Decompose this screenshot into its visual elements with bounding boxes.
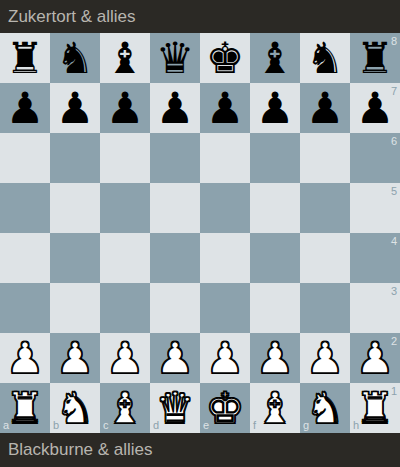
square-h8[interactable]: ♜8 [350,33,400,83]
black-rook[interactable]: ♜ [0,33,50,83]
black-queen[interactable]: ♛ [150,33,200,83]
square-g7[interactable]: ♟ [300,83,350,133]
white-pawn[interactable]: ♟ [150,333,200,383]
rank-label-6: 6 [391,136,397,147]
white-pawn[interactable]: ♟ [50,333,100,383]
square-c2[interactable]: ♟ [100,333,150,383]
square-b6[interactable] [50,133,100,183]
square-c1[interactable]: ♝c [100,383,150,433]
black-pawn[interactable]: ♟ [250,83,300,133]
square-f3[interactable] [250,283,300,333]
black-pawn[interactable]: ♟ [200,83,250,133]
square-d4[interactable] [150,233,200,283]
square-f2[interactable]: ♟ [250,333,300,383]
bottom-player-name: Blackburne & allies [8,440,153,460]
square-d2[interactable]: ♟ [150,333,200,383]
black-pawn[interactable]: ♟ [100,83,150,133]
square-c3[interactable] [100,283,150,333]
square-e7[interactable]: ♟ [200,83,250,133]
black-bishop[interactable]: ♝ [100,33,150,83]
chess-board: ♜♞♝♛♚♝♞♜8♟♟♟♟♟♟♟♟76543♟♟♟♟♟♟♟♟2♜a♞b♝c♛d♚… [0,33,400,433]
square-d8[interactable]: ♛ [150,33,200,83]
square-e8[interactable]: ♚ [200,33,250,83]
white-rook[interactable]: ♜ [350,383,400,433]
black-knight[interactable]: ♞ [300,33,350,83]
square-h2[interactable]: ♟2 [350,333,400,383]
square-e3[interactable] [200,283,250,333]
white-bishop[interactable]: ♝ [100,383,150,433]
square-f5[interactable] [250,183,300,233]
square-b8[interactable]: ♞ [50,33,100,83]
white-pawn[interactable]: ♟ [0,333,50,383]
square-f4[interactable] [250,233,300,283]
rank-label-5: 5 [391,186,397,197]
square-e2[interactable]: ♟ [200,333,250,383]
white-pawn[interactable]: ♟ [200,333,250,383]
square-h1[interactable]: ♜1h [350,383,400,433]
bottom-player-bar: Blackburne & allies [0,433,400,467]
square-c6[interactable] [100,133,150,183]
square-a5[interactable] [0,183,50,233]
chess-app: Zukertort & allies ♜♞♝♛♚♝♞♜8♟♟♟♟♟♟♟♟7654… [0,0,400,467]
black-rook[interactable]: ♜ [350,33,400,83]
square-d6[interactable] [150,133,200,183]
white-bishop[interactable]: ♝ [250,383,300,433]
black-pawn[interactable]: ♟ [0,83,50,133]
white-knight[interactable]: ♞ [300,383,350,433]
rank-label-4: 4 [391,236,397,247]
square-a2[interactable]: ♟ [0,333,50,383]
black-knight[interactable]: ♞ [50,33,100,83]
square-e4[interactable] [200,233,250,283]
square-d1[interactable]: ♛d [150,383,200,433]
square-a4[interactable] [0,233,50,283]
square-a7[interactable]: ♟ [0,83,50,133]
square-c4[interactable] [100,233,150,283]
rank-label-3: 3 [391,286,397,297]
square-g5[interactable] [300,183,350,233]
square-a8[interactable]: ♜ [0,33,50,83]
square-d7[interactable]: ♟ [150,83,200,133]
top-player-name: Zukertort & allies [8,7,136,27]
white-king[interactable]: ♚ [200,383,250,433]
square-g2[interactable]: ♟ [300,333,350,383]
black-bishop[interactable]: ♝ [250,33,300,83]
square-b3[interactable] [50,283,100,333]
square-c8[interactable]: ♝ [100,33,150,83]
square-e6[interactable] [200,133,250,183]
square-b4[interactable] [50,233,100,283]
black-pawn[interactable]: ♟ [150,83,200,133]
square-b7[interactable]: ♟ [50,83,100,133]
black-pawn[interactable]: ♟ [350,83,400,133]
top-player-bar: Zukertort & allies [0,0,400,33]
square-b2[interactable]: ♟ [50,333,100,383]
square-b1[interactable]: ♞b [50,383,100,433]
square-h4[interactable]: 4 [350,233,400,283]
white-pawn[interactable]: ♟ [300,333,350,383]
square-h3[interactable]: 3 [350,283,400,333]
square-e1[interactable]: ♚e [200,383,250,433]
square-d3[interactable] [150,283,200,333]
square-b5[interactable] [50,183,100,233]
square-f8[interactable]: ♝ [250,33,300,83]
black-pawn[interactable]: ♟ [300,83,350,133]
white-pawn[interactable]: ♟ [350,333,400,383]
square-f1[interactable]: ♝f [250,383,300,433]
square-a6[interactable] [0,133,50,183]
square-g3[interactable] [300,283,350,333]
white-pawn[interactable]: ♟ [250,333,300,383]
square-f6[interactable] [250,133,300,183]
square-g4[interactable] [300,233,350,283]
square-g1[interactable]: ♞g [300,383,350,433]
square-e5[interactable] [200,183,250,233]
black-pawn[interactable]: ♟ [50,83,100,133]
square-a3[interactable] [0,283,50,333]
square-g8[interactable]: ♞ [300,33,350,83]
white-queen[interactable]: ♛ [150,383,200,433]
square-h5[interactable]: 5 [350,183,400,233]
square-g6[interactable] [300,133,350,183]
black-king[interactable]: ♚ [200,33,250,83]
square-a1[interactable]: ♜a [0,383,50,433]
square-h7[interactable]: ♟7 [350,83,400,133]
white-knight[interactable]: ♞ [50,383,100,433]
white-rook[interactable]: ♜ [0,383,50,433]
square-f7[interactable]: ♟ [250,83,300,133]
square-c7[interactable]: ♟ [100,83,150,133]
white-pawn[interactable]: ♟ [100,333,150,383]
square-c5[interactable] [100,183,150,233]
square-h6[interactable]: 6 [350,133,400,183]
square-d5[interactable] [150,183,200,233]
